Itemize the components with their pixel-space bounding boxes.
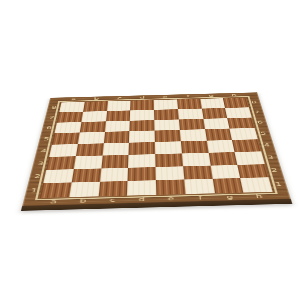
chess-board: abcdefgh abcdefgh 87654321 87654321 [21, 92, 292, 211]
square-a3 [46, 156, 75, 170]
product-photo: abcdefgh abcdefgh 87654321 87654321 [0, 0, 300, 300]
square-a6 [55, 122, 82, 133]
square-h4 [232, 139, 261, 152]
square-b6 [80, 121, 106, 132]
square-h3 [235, 151, 265, 164]
file-label-a: a [38, 198, 69, 206]
square-d2 [128, 167, 156, 181]
square-a2 [43, 169, 73, 183]
square-b2 [71, 168, 101, 182]
square-c1 [98, 181, 128, 196]
square-a7 [57, 112, 83, 123]
square-g4 [206, 140, 234, 153]
square-f4 [181, 141, 209, 154]
square-b7 [81, 111, 106, 122]
square-f7 [178, 108, 203, 119]
square-e4 [155, 141, 182, 154]
file-label-b: b [68, 197, 98, 205]
square-c2 [100, 168, 129, 182]
square-h6 [227, 117, 254, 128]
squares-grid [40, 98, 273, 198]
square-d7 [130, 110, 154, 121]
square-d4 [129, 142, 156, 155]
square-c7 [106, 110, 131, 121]
file-label-g: g [215, 193, 246, 201]
square-h2 [237, 164, 268, 178]
square-h5 [230, 128, 258, 140]
square-b1 [69, 182, 100, 197]
square-h1 [240, 177, 272, 192]
square-c3 [101, 155, 129, 168]
square-c6 [105, 121, 130, 132]
square-b3 [74, 155, 103, 169]
square-g3 [208, 152, 237, 165]
square-g1 [212, 178, 243, 193]
square-e1 [156, 180, 185, 195]
file-label-h: h [244, 192, 275, 200]
square-e3 [155, 153, 183, 166]
square-a4 [49, 144, 77, 157]
square-d1 [127, 180, 156, 195]
square-f1 [184, 179, 214, 194]
board-perspective-wrapper: abcdefgh abcdefgh 87654321 87654321 [35, 22, 275, 269]
square-c4 [102, 143, 129, 156]
square-g5 [205, 129, 232, 141]
square-c5 [103, 131, 129, 143]
square-g6 [203, 118, 230, 129]
square-e7 [154, 109, 179, 120]
square-e5 [155, 130, 181, 142]
square-e6 [154, 119, 179, 130]
square-d3 [128, 154, 155, 167]
square-d6 [130, 120, 155, 131]
square-f6 [179, 119, 205, 130]
square-h7 [225, 107, 252, 118]
square-b5 [78, 132, 105, 144]
file-label-e: e [156, 195, 186, 203]
file-label-d: d [127, 195, 157, 203]
square-g2 [210, 165, 240, 179]
square-f5 [180, 129, 207, 141]
square-d5 [129, 131, 155, 143]
square-a1 [40, 183, 71, 198]
square-g7 [201, 108, 227, 119]
file-label-f: f [185, 194, 215, 202]
square-f3 [182, 153, 210, 166]
file-label-c: c [97, 196, 127, 204]
square-f2 [183, 165, 212, 179]
square-a5 [52, 133, 80, 145]
square-b4 [76, 143, 104, 156]
square-e2 [156, 166, 185, 180]
